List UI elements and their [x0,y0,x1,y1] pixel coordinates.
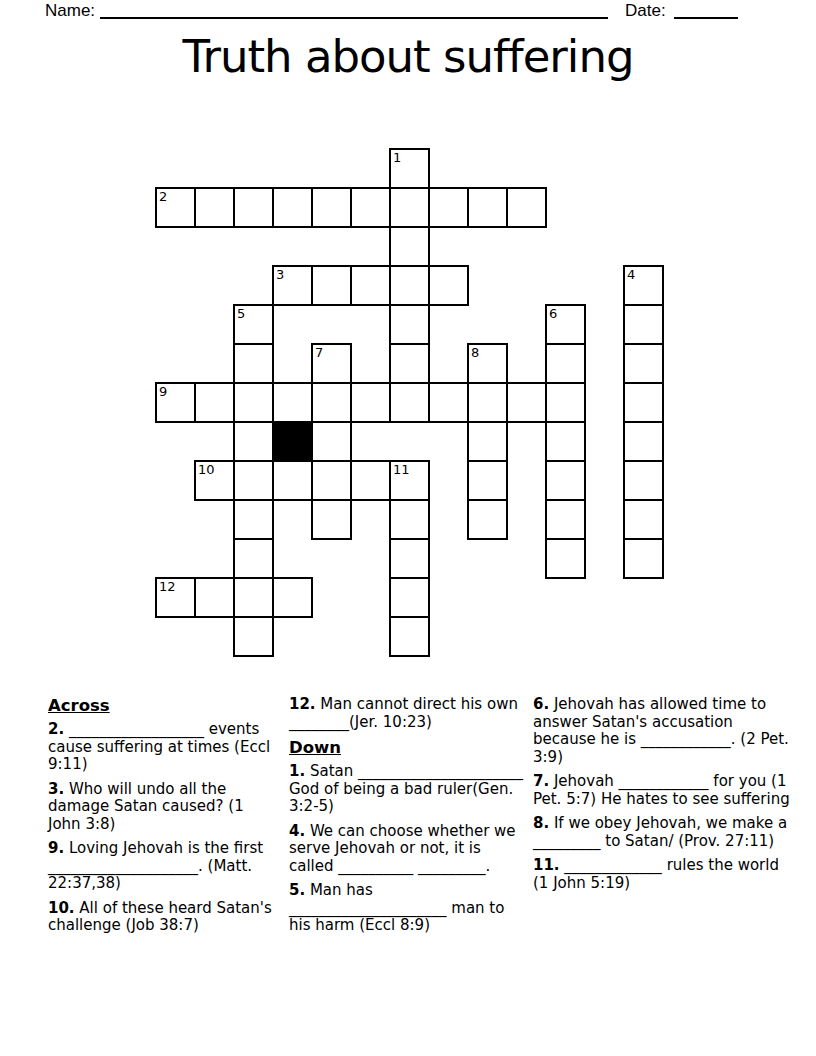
across-heading: Across [48,696,273,715]
crossword-grid: 123456789101112 [155,148,664,657]
grid-cell-r1c7[interactable] [428,187,469,228]
clue-number: 1. [289,762,305,780]
grid-cell-r9c12[interactable] [623,499,664,540]
grid-cell-r1c3[interactable] [272,187,313,228]
clue-number: 12. [289,695,316,713]
grid-cell-r9c10[interactable] [545,499,586,540]
grid-cell-r5c6[interactable] [389,343,430,384]
grid-cell-r10c10[interactable] [545,538,586,579]
grid-cell-r4c2[interactable]: 5 [233,304,274,345]
clues-column-3: 6. Jehovah has allowed time to answer Sa… [533,696,790,942]
cell-number-10: 10 [198,462,215,477]
grid-cell-r7c10[interactable] [545,421,586,462]
grid-cell-r6c10[interactable] [545,382,586,423]
grid-cell-r6c7[interactable] [428,382,469,423]
grid-cell-r6c12[interactable] [623,382,664,423]
clues-column-2: 12. Man cannot direct his own ________(J… [289,696,529,942]
clue-number: 5. [289,881,305,899]
grid-cell-r4c6[interactable] [389,304,430,345]
grid-cell-r7c12[interactable] [623,421,664,462]
name-label: Name: [45,1,95,21]
cell-number-9: 9 [159,384,167,399]
grid-cell-r0c6[interactable]: 1 [389,148,430,189]
clue-down-6: 6. Jehovah has allowed time to answer Sa… [533,696,790,766]
grid-cell-r9c6[interactable] [389,499,430,540]
clue-down-7: 7. Jehovah ____________ for you (1 Pet. … [533,773,790,808]
clue-down-8: 8. If we obey Jehovah, we make a _______… [533,815,790,850]
cell-number-6: 6 [549,306,557,321]
grid-cell-r8c3[interactable] [272,460,313,501]
grid-cell-r5c12[interactable] [623,343,664,384]
grid-cell-r7c4[interactable] [311,421,352,462]
grid-cell-r8c12[interactable] [623,460,664,501]
clue-down-11: 11. _____________ rules the world (1 Joh… [533,857,790,892]
grid-cell-r12c6[interactable] [389,616,430,657]
name-input-line[interactable] [100,17,608,19]
cell-number-3: 3 [276,267,284,282]
grid-cell-r3c5[interactable] [350,265,391,306]
grid-cell-r6c8[interactable] [467,382,508,423]
grid-cell-r3c4[interactable] [311,265,352,306]
clue-number: 3. [48,780,64,798]
grid-cell-r10c12[interactable] [623,538,664,579]
grid-cell-r8c2[interactable] [233,460,274,501]
clue-across-2: 2. __________________ events cause suffe… [48,721,273,774]
grid-cell-r11c0[interactable]: 12 [155,577,196,618]
grid-cell-r1c5[interactable] [350,187,391,228]
grid-cell-r8c4[interactable] [311,460,352,501]
clue-number: 2. [48,720,64,738]
grid-cell-r7c8[interactable] [467,421,508,462]
clue-number: 8. [533,814,549,832]
clue-text: We can choose whether we serve Jehovah o… [289,822,516,875]
clue-text: Jehovah has allowed time to answer Satan… [533,695,789,766]
clue-number: 4. [289,822,305,840]
grid-cell-r6c5[interactable] [350,382,391,423]
clue-text: Loving Jehovah is the first ____________… [48,839,263,892]
puzzle-title: Truth about suffering [0,30,816,83]
grid-cell-r4c12[interactable] [623,304,664,345]
grid-cell-r9c4[interactable] [311,499,352,540]
clue-number: 11. [533,856,560,874]
grid-cell-r8c8[interactable] [467,460,508,501]
grid-cell-r11c3[interactable] [272,577,313,618]
grid-cell-r5c4[interactable]: 7 [311,343,352,384]
grid-cell-r8c10[interactable] [545,460,586,501]
clue-text: __________________ events cause sufferin… [48,720,270,773]
grid-cell-r6c9[interactable] [506,382,547,423]
grid-cell-r6c3[interactable] [272,382,313,423]
clue-number: 7. [533,772,549,790]
grid-cell-r1c2[interactable] [233,187,274,228]
clue-down-1: 1. Satan ______________________ God of b… [289,763,529,816]
grid-cell-r1c1[interactable] [194,187,235,228]
clue-across-3: 3. Who will undo all the damage Satan ca… [48,781,273,834]
grid-cell-r6c0[interactable]: 9 [155,382,196,423]
clue-text: All of these heard Satan's challenge (Jo… [48,899,272,935]
cell-number-11: 11 [393,462,410,477]
grid-cell-r2c6[interactable] [389,226,430,267]
date-input-line[interactable] [674,17,738,19]
grid-cell-r8c1[interactable]: 10 [194,460,235,501]
grid-cell-r3c6[interactable] [389,265,430,306]
grid-cell-r12c2[interactable] [233,616,274,657]
grid-cell-r6c6[interactable] [389,382,430,423]
clue-text: Man cannot direct his own ________(Jer. … [289,695,518,731]
cell-number-8: 8 [471,345,479,360]
grid-cell-r8c5[interactable] [350,460,391,501]
grid-cell-r10c6[interactable] [389,538,430,579]
grid-cell-r11c2[interactable] [233,577,274,618]
grid-cell-r6c2[interactable] [233,382,274,423]
grid-cell-r9c2[interactable] [233,499,274,540]
clue-across-9: 9. Loving Jehovah is the first _________… [48,840,273,893]
grid-cell-r7c2[interactable] [233,421,274,462]
black-cell [272,421,313,462]
grid-cell-r3c7[interactable] [428,265,469,306]
grid-cell-r1c8[interactable] [467,187,508,228]
grid-cell-r11c6[interactable] [389,577,430,618]
grid-cell-r1c4[interactable] [311,187,352,228]
grid-cell-r3c12[interactable]: 4 [623,265,664,306]
clue-number: 9. [48,839,64,857]
clue-text: Satan ______________________ God of bein… [289,762,523,815]
cell-number-7: 7 [315,345,323,360]
grid-cell-r9c8[interactable] [467,499,508,540]
clue-across-10: 10. All of these heard Satan's challenge… [48,900,273,935]
grid-cell-r11c1[interactable] [194,577,235,618]
grid-cell-r8c6[interactable]: 11 [389,460,430,501]
clue-down-5: 5. Man has _____________________ man to … [289,882,529,935]
grid-cell-r5c8[interactable]: 8 [467,343,508,384]
cell-number-2: 2 [159,189,167,204]
clue-text: Man has _____________________ man to his… [289,881,504,934]
clue-down-4: 4. We can choose whether we serve Jehova… [289,823,529,876]
grid-cell-r10c2[interactable] [233,538,274,579]
grid-cell-r1c0[interactable]: 2 [155,187,196,228]
cell-number-5: 5 [237,306,245,321]
grid-cell-r6c4[interactable] [311,382,352,423]
clue-across-12: 12. Man cannot direct his own ________(J… [289,696,529,731]
date-label: Date: [625,1,666,21]
clue-number: 10. [48,899,75,917]
clues-section: Across 2. __________________ events caus… [48,696,790,942]
clue-number: 6. [533,695,549,713]
cell-number-4: 4 [627,267,635,282]
grid-cell-r5c10[interactable] [545,343,586,384]
clue-text: Jehovah ____________ for you (1 Pet. 5:7… [533,772,790,808]
grid-cell-r1c9[interactable] [506,187,547,228]
grid-cell-r1c6[interactable] [389,187,430,228]
cell-number-1: 1 [393,150,401,165]
clue-text: If we obey Jehovah, we make a _________ … [533,814,787,850]
clue-text: _____________ rules the world (1 John 5:… [533,856,779,892]
down-heading: Down [289,738,529,757]
grid-cell-r6c1[interactable] [194,382,235,423]
grid-cell-r4c10[interactable]: 6 [545,304,586,345]
grid-cell-r5c2[interactable] [233,343,274,384]
cell-number-12: 12 [159,579,176,594]
clue-text: Who will undo all the damage Satan cause… [48,780,244,833]
clues-column-1: Across 2. __________________ events caus… [48,696,273,942]
grid-cell-r3c3[interactable]: 3 [272,265,313,306]
